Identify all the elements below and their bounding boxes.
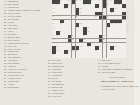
cell-number: 20 bbox=[80, 8, 82, 10]
cell-number: 11 bbox=[68, 4, 70, 6]
clue-number: 74. bbox=[45, 95, 51, 98]
cell-number: 29 bbox=[95, 16, 97, 18]
clues-middle-column: 54. Fruit drink 56. Ship's record 58. Co… bbox=[45, 59, 93, 98]
cell-number: 12 bbox=[72, 4, 74, 6]
cell-number: 19 bbox=[64, 8, 66, 10]
cell-number: 67 bbox=[56, 50, 58, 52]
cell-number: 41 bbox=[118, 23, 120, 25]
section-heading: PROVERBIAL CIRCLES bbox=[101, 80, 139, 83]
cell-number: 60 bbox=[91, 42, 93, 44]
cell-number: 66 bbox=[115, 46, 117, 48]
cell-number: 55 bbox=[84, 39, 86, 41]
cell-number: 39 bbox=[111, 23, 113, 25]
cell-number: 16 bbox=[115, 4, 117, 6]
cell-number: 63 bbox=[80, 46, 82, 48]
cell-number: 23 bbox=[53, 12, 55, 14]
clue-item: 74. Guided trip bbox=[45, 95, 93, 98]
cell-number: 24 bbox=[80, 12, 82, 14]
puzzle-byline: Puzzle by a Reader bbox=[95, 76, 139, 79]
item-number: 1. bbox=[95, 85, 101, 91]
cell-number: 34 bbox=[103, 19, 105, 21]
across-clues-left-column: 13. Spanish gold 15. Kind of moss 17. Li… bbox=[1, 0, 51, 89]
cell-number: 72 bbox=[111, 50, 113, 52]
cell-number: 31 bbox=[53, 19, 55, 21]
cell-number: 58 bbox=[68, 42, 70, 44]
crossword-grid[interactable]: 1234567891011121314151617181920212223242… bbox=[52, 0, 126, 58]
cell-number: 64 bbox=[87, 46, 89, 48]
cell-number: 54 bbox=[72, 39, 74, 41]
cell-number: 44 bbox=[87, 27, 89, 29]
cell-number: 48 bbox=[53, 35, 55, 37]
cell-number: 45 bbox=[107, 27, 109, 29]
cell-number: 56 bbox=[103, 39, 105, 41]
cell-number: 49 bbox=[56, 35, 58, 37]
cell-number: 65 bbox=[99, 46, 101, 48]
cell-number: 18 bbox=[53, 8, 55, 10]
section-item-list: 1. Beginning at the center, ring the ans… bbox=[95, 85, 139, 91]
clue-item: 80. Lined with elms bbox=[95, 71, 139, 74]
right-clue-list: 73. Watch over 75. Clever remark & reply… bbox=[95, 59, 139, 74]
cell-number: 70 bbox=[76, 50, 78, 52]
cell-number: 14 bbox=[87, 4, 89, 6]
cell-number: 3 bbox=[76, 0, 77, 2]
cell-number: 21 bbox=[103, 8, 105, 10]
cell-number: 1 bbox=[60, 0, 61, 2]
cell-number: 6 bbox=[99, 0, 100, 2]
cell-number: 47 bbox=[87, 31, 89, 33]
cell-number: 28 bbox=[76, 16, 78, 18]
cell-number: 35 bbox=[122, 19, 124, 21]
clues-right-column: 73. Watch over 75. Clever remark & reply… bbox=[95, 59, 139, 91]
cell-number: 32 bbox=[64, 19, 66, 21]
cell-number: 4 bbox=[80, 0, 81, 2]
clue-number: 62. bbox=[1, 86, 7, 89]
cell-number: 43 bbox=[76, 27, 78, 29]
cell-number: 52 bbox=[103, 35, 105, 37]
cell-number: 9 bbox=[53, 4, 54, 6]
clue-text: Lined with elms bbox=[102, 71, 140, 74]
cell-number: 33 bbox=[99, 19, 101, 21]
item-text: Beginning at the center, ring the answer… bbox=[102, 85, 140, 91]
cell-number: 26 bbox=[111, 12, 113, 14]
cell-number: 69 bbox=[72, 50, 74, 52]
cell-number: 53 bbox=[53, 39, 55, 41]
cell-number: 61 bbox=[99, 42, 101, 44]
cell-number: 2 bbox=[68, 0, 69, 2]
cell-number: 62 bbox=[56, 46, 58, 48]
cell-number: 68 bbox=[68, 50, 70, 52]
cell-number: 8 bbox=[111, 0, 112, 2]
cell-number: 17 bbox=[118, 4, 120, 6]
cell-15-19[interactable] bbox=[122, 54, 126, 58]
cell-number: 22 bbox=[115, 8, 117, 10]
cell-number: 30 bbox=[107, 16, 109, 18]
clue-number: 80. bbox=[95, 71, 101, 74]
cell-number: 71 bbox=[95, 50, 97, 52]
cell-number: 10 bbox=[56, 4, 58, 6]
cell-number: 5 bbox=[91, 0, 92, 2]
cell-number: 40 bbox=[115, 23, 117, 25]
section-item: 1. Beginning at the center, ring the ans… bbox=[95, 85, 139, 91]
cell-number: 51 bbox=[84, 35, 86, 37]
cell-number: 50 bbox=[72, 35, 74, 37]
cell-number: 38 bbox=[80, 23, 82, 25]
cell-number: 42 bbox=[53, 27, 55, 29]
cell-number: 25 bbox=[103, 12, 105, 14]
cell-number: 36 bbox=[53, 23, 55, 25]
cell-number: 59 bbox=[80, 42, 82, 44]
cell-number: 15 bbox=[107, 4, 109, 6]
cell-number: 27 bbox=[53, 16, 55, 18]
cell-number: 46 bbox=[60, 31, 62, 33]
solution-note-rotated: Solution on page 46 bbox=[127, 10, 129, 57]
clue-item: 62. Depend upon bbox=[1, 86, 51, 89]
clue-text: Guided trip bbox=[52, 95, 94, 98]
cell-number: 57 bbox=[53, 42, 55, 44]
cell-number: 73 bbox=[53, 54, 55, 56]
cell-number: 7 bbox=[107, 0, 108, 2]
cell-number: 37 bbox=[60, 23, 62, 25]
cell-number: 13 bbox=[84, 4, 86, 6]
